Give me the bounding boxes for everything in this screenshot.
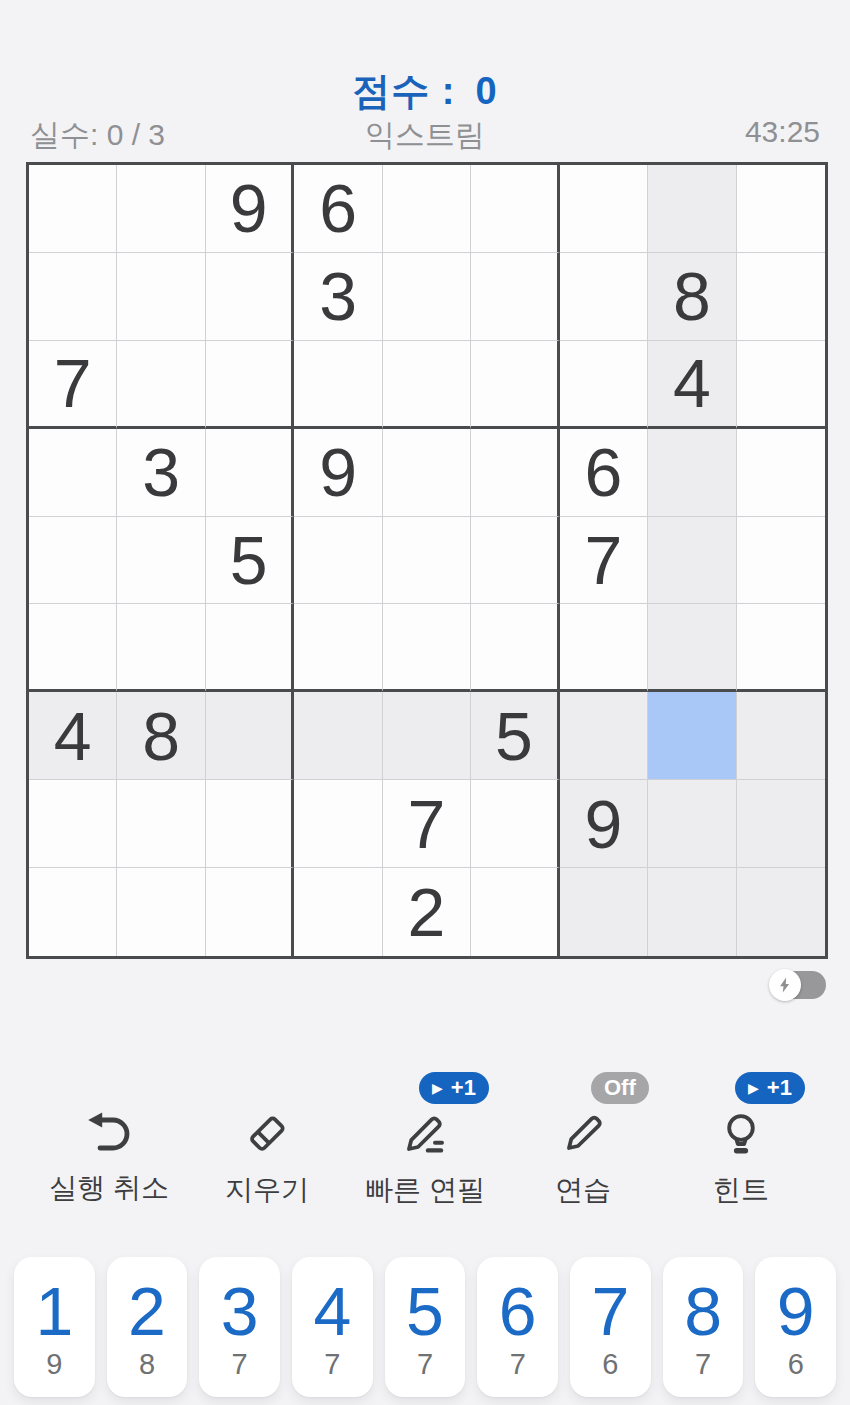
numpad-9[interactable]: 96 — [755, 1257, 836, 1397]
cell-r6c8[interactable] — [648, 604, 736, 692]
cell-r7c7[interactable] — [560, 692, 648, 780]
cell-r6c6[interactable] — [471, 604, 559, 692]
cell-r6c7[interactable] — [560, 604, 648, 692]
cell-r2c1[interactable] — [29, 253, 117, 341]
practice-off-badge: Off — [591, 1072, 649, 1104]
undo-icon — [83, 1110, 135, 1156]
numpad-3[interactable]: 37 — [199, 1257, 280, 1397]
cell-r7c9[interactable] — [737, 692, 825, 780]
numpad-6[interactable]: 67 — [477, 1257, 558, 1397]
cell-r5c6[interactable] — [471, 517, 559, 605]
cell-r6c4[interactable] — [294, 604, 382, 692]
info-row: 실수: 0 / 3 익스트림 43:25 — [30, 115, 820, 151]
lightbulb-icon — [718, 1110, 764, 1158]
numpad-digit: 1 — [35, 1276, 73, 1346]
cell-r4c9[interactable] — [737, 429, 825, 517]
play-icon: ▶ — [432, 1081, 443, 1095]
cell-r9c9[interactable] — [737, 868, 825, 956]
numpad-digit: 2 — [128, 1276, 166, 1346]
cell-r2c7[interactable] — [560, 253, 648, 341]
eraser-icon — [243, 1110, 291, 1158]
undo-label: 실행 취소 — [49, 1169, 169, 1207]
numpad-digit: 4 — [313, 1276, 351, 1346]
cell-r5c5[interactable] — [383, 517, 471, 605]
cell-r9c3[interactable] — [206, 868, 294, 956]
cell-r6c3[interactable] — [206, 604, 294, 692]
cell-r8c8[interactable] — [648, 780, 736, 868]
numpad-remaining-count: 6 — [602, 1349, 618, 1379]
cell-r8c1[interactable] — [29, 780, 117, 868]
hint-button[interactable]: ▶+1 힌트 — [662, 1072, 820, 1209]
cell-r9c4[interactable] — [294, 868, 382, 956]
cell-r4c7[interactable]: 6 — [560, 429, 648, 517]
cell-r9c6[interactable] — [471, 868, 559, 956]
cell-r3c8[interactable]: 4 — [648, 341, 736, 429]
cell-r1c5[interactable] — [383, 165, 471, 253]
cell-r2c5[interactable] — [383, 253, 471, 341]
fast-pencil-label: 빠른 연필 — [365, 1171, 485, 1209]
score-value: 0 — [476, 70, 498, 112]
numpad-digit: 7 — [591, 1276, 629, 1346]
cell-r2c8[interactable]: 8 — [648, 253, 736, 341]
sudoku-board[interactable]: 96387439657485792 — [26, 162, 828, 959]
fast-mode-toggle[interactable] — [771, 971, 826, 999]
cell-r4c8[interactable] — [648, 429, 736, 517]
cell-r8c7[interactable]: 9 — [560, 780, 648, 868]
cell-r8c9[interactable] — [737, 780, 825, 868]
timer: 43:25 — [745, 115, 820, 149]
cell-r3c7[interactable] — [560, 341, 648, 429]
fast-pencil-icon — [400, 1110, 450, 1158]
numpad-digit: 6 — [499, 1276, 537, 1346]
practice-label: 연습 — [555, 1171, 611, 1209]
numpad-remaining-count: 7 — [324, 1349, 340, 1379]
cell-r8c3[interactable] — [206, 780, 294, 868]
numpad-remaining-count: 9 — [46, 1349, 62, 1379]
numpad-remaining-count: 8 — [139, 1349, 155, 1379]
numpad-2[interactable]: 28 — [107, 1257, 188, 1397]
cell-r3c9[interactable] — [737, 341, 825, 429]
cell-r7c2[interactable]: 8 — [117, 692, 205, 780]
cell-r3c2[interactable] — [117, 341, 205, 429]
cell-r1c7[interactable] — [560, 165, 648, 253]
cell-r4c6[interactable] — [471, 429, 559, 517]
play-icon: ▶ — [748, 1081, 759, 1095]
numpad-remaining-count: 7 — [232, 1349, 248, 1379]
erase-label: 지우기 — [225, 1171, 309, 1209]
toolbar: 실행 취소 지우기 ▶+1 빠른 연필 Off 연습 ▶+1 — [30, 1072, 820, 1209]
numpad-1[interactable]: 19 — [14, 1257, 95, 1397]
number-pad: 192837475767768796 — [14, 1257, 836, 1397]
practice-button[interactable]: Off 연습 — [504, 1072, 662, 1209]
numpad-remaining-count: 7 — [510, 1349, 526, 1379]
cell-r9c8[interactable] — [648, 868, 736, 956]
cell-r1c2[interactable] — [117, 165, 205, 253]
cell-r1c3[interactable]: 9 — [206, 165, 294, 253]
score-label: 점수 : — [352, 70, 455, 112]
cell-r8c4[interactable] — [294, 780, 382, 868]
cell-r1c8[interactable] — [648, 165, 736, 253]
hint-label: 힌트 — [713, 1171, 769, 1209]
cell-r4c5[interactable] — [383, 429, 471, 517]
numpad-remaining-count: 7 — [695, 1349, 711, 1379]
cell-r5c2[interactable] — [117, 517, 205, 605]
fast-pencil-badge-text: +1 — [451, 1075, 476, 1101]
numpad-remaining-count: 7 — [417, 1349, 433, 1379]
numpad-4[interactable]: 47 — [292, 1257, 373, 1397]
cell-r5c1[interactable] — [29, 517, 117, 605]
cell-r3c4[interactable] — [294, 341, 382, 429]
erase-button[interactable]: 지우기 — [188, 1072, 346, 1209]
cell-r5c7[interactable]: 7 — [560, 517, 648, 605]
cell-r7c3[interactable] — [206, 692, 294, 780]
undo-button[interactable]: 실행 취소 — [30, 1072, 188, 1209]
cell-r5c9[interactable] — [737, 517, 825, 605]
cell-r7c1[interactable]: 4 — [29, 692, 117, 780]
cell-r5c3[interactable]: 5 — [206, 517, 294, 605]
lightning-icon — [776, 976, 794, 994]
cell-r7c8[interactable] — [648, 692, 736, 780]
cell-r1c4[interactable]: 6 — [294, 165, 382, 253]
score-row: 점수 :0 — [0, 66, 850, 117]
cell-r9c7[interactable] — [560, 868, 648, 956]
cell-r2c9[interactable] — [737, 253, 825, 341]
cell-r6c2[interactable] — [117, 604, 205, 692]
toggle-knob — [769, 969, 801, 1001]
cell-r5c8[interactable] — [648, 517, 736, 605]
cell-r1c9[interactable] — [737, 165, 825, 253]
cell-r3c5[interactable] — [383, 341, 471, 429]
numpad-5[interactable]: 57 — [385, 1257, 466, 1397]
cell-r4c4[interactable]: 9 — [294, 429, 382, 517]
cell-r8c6[interactable] — [471, 780, 559, 868]
numpad-digit: 9 — [777, 1276, 815, 1346]
cell-r1c1[interactable] — [29, 165, 117, 253]
cell-r6c9[interactable] — [737, 604, 825, 692]
difficulty-label: 익스트림 — [30, 115, 820, 156]
cell-r1c6[interactable] — [471, 165, 559, 253]
cell-r9c5[interactable]: 2 — [383, 868, 471, 956]
cell-r8c2[interactable] — [117, 780, 205, 868]
cell-r6c5[interactable] — [383, 604, 471, 692]
cell-r9c2[interactable] — [117, 868, 205, 956]
fast-pencil-ad-badge: ▶+1 — [419, 1072, 489, 1104]
numpad-digit: 5 — [406, 1276, 444, 1346]
fast-pencil-button[interactable]: ▶+1 빠른 연필 — [346, 1072, 504, 1209]
hint-badge-text: +1 — [767, 1075, 792, 1101]
cell-r7c6[interactable]: 5 — [471, 692, 559, 780]
cell-r2c3[interactable] — [206, 253, 294, 341]
cell-r2c6[interactable] — [471, 253, 559, 341]
numpad-7[interactable]: 76 — [570, 1257, 651, 1397]
hint-ad-badge: ▶+1 — [735, 1072, 805, 1104]
cell-r7c5[interactable] — [383, 692, 471, 780]
cell-r4c3[interactable] — [206, 429, 294, 517]
cell-r3c1[interactable]: 7 — [29, 341, 117, 429]
cell-r8c5[interactable]: 7 — [383, 780, 471, 868]
cell-r7c4[interactable] — [294, 692, 382, 780]
cell-r4c2[interactable]: 3 — [117, 429, 205, 517]
cell-r9c1[interactable] — [29, 868, 117, 956]
numpad-8[interactable]: 87 — [663, 1257, 744, 1397]
numpad-remaining-count: 6 — [788, 1349, 804, 1379]
cell-r2c4[interactable]: 3 — [294, 253, 382, 341]
cell-r3c6[interactable] — [471, 341, 559, 429]
cell-r3c3[interactable] — [206, 341, 294, 429]
cell-r4c1[interactable] — [29, 429, 117, 517]
cell-r6c1[interactable] — [29, 604, 117, 692]
cell-r2c2[interactable] — [117, 253, 205, 341]
numpad-digit: 8 — [684, 1276, 722, 1346]
pencil-icon — [559, 1110, 607, 1158]
numpad-digit: 3 — [221, 1276, 259, 1346]
cell-r5c4[interactable] — [294, 517, 382, 605]
